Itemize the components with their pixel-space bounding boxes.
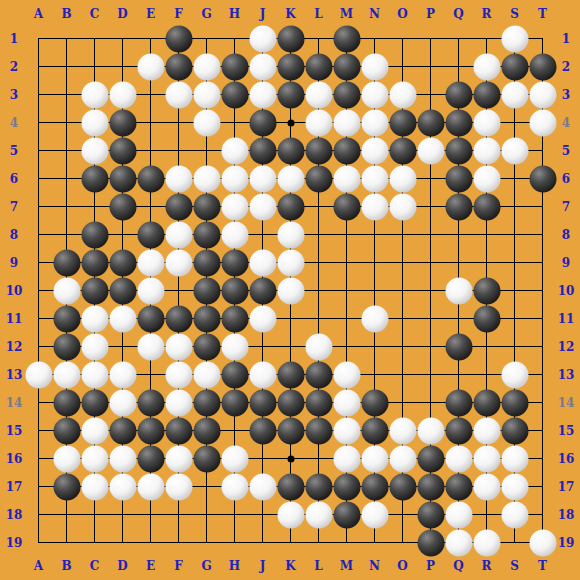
go-board[interactable]: AA11BB22CC33DD44EE55FF66GG77HH88JJ99KK10… xyxy=(0,0,580,580)
black-stone-P19 xyxy=(417,529,444,556)
black-stone-K13 xyxy=(277,361,304,388)
white-stone-H6 xyxy=(221,165,248,192)
row-label-right: 8 xyxy=(552,227,580,243)
black-stone-L2 xyxy=(305,53,332,80)
black-stone-E16 xyxy=(137,445,164,472)
row-label-right: 9 xyxy=(552,255,580,271)
col-label-bottom: L xyxy=(305,558,333,574)
col-label-bottom: D xyxy=(109,558,137,574)
row-label-right: 3 xyxy=(552,87,580,103)
white-stone-Q18 xyxy=(445,501,472,528)
white-stone-N16 xyxy=(361,445,388,472)
white-stone-C3 xyxy=(81,81,108,108)
white-stone-D11 xyxy=(109,305,136,332)
row-label-left: 13 xyxy=(0,367,28,383)
black-stone-O4 xyxy=(389,109,416,136)
black-stone-R3 xyxy=(473,81,500,108)
black-stone-D6 xyxy=(109,165,136,192)
black-stone-H9 xyxy=(221,249,248,276)
black-stone-N14 xyxy=(361,389,388,416)
col-label-bottom: T xyxy=(529,558,557,574)
black-stone-D10 xyxy=(109,277,136,304)
white-stone-N11 xyxy=(361,305,388,332)
white-stone-L18 xyxy=(305,501,332,528)
black-stone-C10 xyxy=(81,277,108,304)
row-label-left: 18 xyxy=(0,507,28,523)
black-stone-E11 xyxy=(137,305,164,332)
row-label-left: 14 xyxy=(0,395,28,411)
black-stone-F11 xyxy=(165,305,192,332)
col-label-top: P xyxy=(417,6,445,22)
black-stone-Q6 xyxy=(445,165,472,192)
col-label-top: E xyxy=(137,6,165,22)
black-stone-K5 xyxy=(277,137,304,164)
black-stone-D15 xyxy=(109,417,136,444)
black-stone-Q5 xyxy=(445,137,472,164)
black-stone-E14 xyxy=(137,389,164,416)
row-label-left: 2 xyxy=(0,59,28,75)
row-label-left: 3 xyxy=(0,87,28,103)
white-stone-R6 xyxy=(473,165,500,192)
white-stone-H12 xyxy=(221,333,248,360)
col-label-bottom: P xyxy=(417,558,445,574)
white-stone-H16 xyxy=(221,445,248,472)
white-stone-F14 xyxy=(165,389,192,416)
col-label-top: D xyxy=(109,6,137,22)
col-label-bottom: F xyxy=(165,558,193,574)
white-stone-C12 xyxy=(81,333,108,360)
white-stone-K10 xyxy=(277,277,304,304)
black-stone-R11 xyxy=(473,305,500,332)
col-label-top: J xyxy=(249,6,277,22)
black-stone-Q3 xyxy=(445,81,472,108)
white-stone-O3 xyxy=(389,81,416,108)
row-label-right: 17 xyxy=(552,479,580,495)
white-stone-F9 xyxy=(165,249,192,276)
white-stone-T19 xyxy=(529,529,556,556)
black-stone-P4 xyxy=(417,109,444,136)
col-label-bottom: N xyxy=(361,558,389,574)
col-label-top: H xyxy=(221,6,249,22)
white-stone-M15 xyxy=(333,417,360,444)
white-stone-K8 xyxy=(277,221,304,248)
col-label-bottom: H xyxy=(221,558,249,574)
black-stone-B12 xyxy=(53,333,80,360)
white-stone-N7 xyxy=(361,193,388,220)
black-stone-G8 xyxy=(193,221,220,248)
white-stone-O16 xyxy=(389,445,416,472)
black-stone-M1 xyxy=(333,25,360,52)
white-stone-S13 xyxy=(501,361,528,388)
white-stone-F17 xyxy=(165,473,192,500)
col-label-bottom: M xyxy=(333,558,361,574)
black-stone-L6 xyxy=(305,165,332,192)
row-label-left: 15 xyxy=(0,423,28,439)
black-stone-P18 xyxy=(417,501,444,528)
black-stone-H14 xyxy=(221,389,248,416)
row-label-right: 14 xyxy=(552,395,580,411)
white-stone-G3 xyxy=(193,81,220,108)
white-stone-K9 xyxy=(277,249,304,276)
white-stone-N18 xyxy=(361,501,388,528)
black-stone-B9 xyxy=(53,249,80,276)
white-stone-K18 xyxy=(277,501,304,528)
white-stone-J1 xyxy=(249,25,276,52)
white-stone-E9 xyxy=(137,249,164,276)
black-stone-M18 xyxy=(333,501,360,528)
white-stone-H7 xyxy=(221,193,248,220)
black-stone-H2 xyxy=(221,53,248,80)
black-stone-K15 xyxy=(277,417,304,444)
white-stone-B13 xyxy=(53,361,80,388)
row-label-left: 6 xyxy=(0,171,28,187)
black-stone-F2 xyxy=(165,53,192,80)
col-label-bottom: C xyxy=(81,558,109,574)
white-stone-D17 xyxy=(109,473,136,500)
black-stone-G7 xyxy=(193,193,220,220)
black-stone-E6 xyxy=(137,165,164,192)
white-stone-M16 xyxy=(333,445,360,472)
white-stone-P5 xyxy=(417,137,444,164)
black-stone-Q7 xyxy=(445,193,472,220)
white-stone-Q19 xyxy=(445,529,472,556)
col-label-bottom: A xyxy=(25,558,53,574)
black-stone-O17 xyxy=(389,473,416,500)
row-label-left: 16 xyxy=(0,451,28,467)
row-label-right: 13 xyxy=(552,367,580,383)
row-label-right: 16 xyxy=(552,451,580,467)
row-label-right: 2 xyxy=(552,59,580,75)
white-stone-R16 xyxy=(473,445,500,472)
white-stone-M4 xyxy=(333,109,360,136)
black-stone-C8 xyxy=(81,221,108,248)
black-stone-F1 xyxy=(165,25,192,52)
white-stone-F13 xyxy=(165,361,192,388)
white-stone-C4 xyxy=(81,109,108,136)
white-stone-C13 xyxy=(81,361,108,388)
row-label-right: 5 xyxy=(552,143,580,159)
black-stone-P16 xyxy=(417,445,444,472)
black-stone-J14 xyxy=(249,389,276,416)
white-stone-E10 xyxy=(137,277,164,304)
black-stone-C9 xyxy=(81,249,108,276)
white-stone-Q16 xyxy=(445,445,472,472)
black-stone-M3 xyxy=(333,81,360,108)
black-stone-F7 xyxy=(165,193,192,220)
col-label-bottom: S xyxy=(501,558,529,574)
white-stone-S17 xyxy=(501,473,528,500)
white-stone-C16 xyxy=(81,445,108,472)
white-stone-F6 xyxy=(165,165,192,192)
white-stone-R15 xyxy=(473,417,500,444)
white-stone-J9 xyxy=(249,249,276,276)
star-point xyxy=(287,119,294,126)
row-label-left: 17 xyxy=(0,479,28,495)
row-label-right: 12 xyxy=(552,339,580,355)
black-stone-J10 xyxy=(249,277,276,304)
black-stone-E8 xyxy=(137,221,164,248)
row-label-right: 6 xyxy=(552,171,580,187)
black-stone-K17 xyxy=(277,473,304,500)
row-label-left: 9 xyxy=(0,255,28,271)
row-label-left: 19 xyxy=(0,535,28,551)
black-stone-H3 xyxy=(221,81,248,108)
white-stone-D3 xyxy=(109,81,136,108)
white-stone-F12 xyxy=(165,333,192,360)
col-label-top: S xyxy=(501,6,529,22)
black-stone-D4 xyxy=(109,109,136,136)
row-label-right: 19 xyxy=(552,535,580,551)
col-label-top: A xyxy=(25,6,53,22)
black-stone-R10 xyxy=(473,277,500,304)
col-label-top: R xyxy=(473,6,501,22)
white-stone-S5 xyxy=(501,137,528,164)
black-stone-K3 xyxy=(277,81,304,108)
row-label-right: 10 xyxy=(552,283,580,299)
row-label-right: 4 xyxy=(552,115,580,131)
black-stone-T2 xyxy=(529,53,556,80)
black-stone-S2 xyxy=(501,53,528,80)
black-stone-J4 xyxy=(249,109,276,136)
black-stone-G15 xyxy=(193,417,220,444)
black-stone-S15 xyxy=(501,417,528,444)
star-point xyxy=(287,455,294,462)
black-stone-G12 xyxy=(193,333,220,360)
black-stone-D5 xyxy=(109,137,136,164)
white-stone-L12 xyxy=(305,333,332,360)
col-label-top: C xyxy=(81,6,109,22)
white-stone-R4 xyxy=(473,109,500,136)
white-stone-F16 xyxy=(165,445,192,472)
white-stone-G4 xyxy=(193,109,220,136)
row-label-right: 18 xyxy=(552,507,580,523)
white-stone-P15 xyxy=(417,417,444,444)
white-stone-J11 xyxy=(249,305,276,332)
col-label-bottom: J xyxy=(249,558,277,574)
col-label-bottom: K xyxy=(277,558,305,574)
white-stone-T4 xyxy=(529,109,556,136)
col-label-top: L xyxy=(305,6,333,22)
black-stone-B17 xyxy=(53,473,80,500)
black-stone-K1 xyxy=(277,25,304,52)
col-label-top: G xyxy=(193,6,221,22)
black-stone-K14 xyxy=(277,389,304,416)
white-stone-G13 xyxy=(193,361,220,388)
white-stone-S3 xyxy=(501,81,528,108)
col-label-bottom: Q xyxy=(445,558,473,574)
row-label-left: 11 xyxy=(0,311,28,327)
white-stone-M6 xyxy=(333,165,360,192)
white-stone-L3 xyxy=(305,81,332,108)
black-stone-T6 xyxy=(529,165,556,192)
white-stone-Q10 xyxy=(445,277,472,304)
white-stone-J2 xyxy=(249,53,276,80)
black-stone-D7 xyxy=(109,193,136,220)
black-stone-G16 xyxy=(193,445,220,472)
black-stone-Q15 xyxy=(445,417,472,444)
white-stone-J13 xyxy=(249,361,276,388)
black-stone-Q12 xyxy=(445,333,472,360)
white-stone-N5 xyxy=(361,137,388,164)
black-stone-K7 xyxy=(277,193,304,220)
black-stone-M7 xyxy=(333,193,360,220)
black-stone-J15 xyxy=(249,417,276,444)
col-label-top: Q xyxy=(445,6,473,22)
col-label-bottom: G xyxy=(193,558,221,574)
black-stone-B11 xyxy=(53,305,80,332)
col-label-bottom: R xyxy=(473,558,501,574)
black-stone-M2 xyxy=(333,53,360,80)
col-label-top: B xyxy=(53,6,81,22)
white-stone-O15 xyxy=(389,417,416,444)
white-stone-D16 xyxy=(109,445,136,472)
black-stone-C6 xyxy=(81,165,108,192)
col-label-bottom: O xyxy=(389,558,417,574)
white-stone-N2 xyxy=(361,53,388,80)
col-label-top: K xyxy=(277,6,305,22)
black-stone-L14 xyxy=(305,389,332,416)
black-stone-B14 xyxy=(53,389,80,416)
black-stone-N17 xyxy=(361,473,388,500)
white-stone-N6 xyxy=(361,165,388,192)
col-label-bottom: E xyxy=(137,558,165,574)
black-stone-Q17 xyxy=(445,473,472,500)
white-stone-J7 xyxy=(249,193,276,220)
black-stone-G9 xyxy=(193,249,220,276)
white-stone-R5 xyxy=(473,137,500,164)
white-stone-N3 xyxy=(361,81,388,108)
white-stone-G6 xyxy=(193,165,220,192)
row-label-right: 1 xyxy=(552,31,580,47)
row-label-left: 1 xyxy=(0,31,28,47)
black-stone-O5 xyxy=(389,137,416,164)
black-stone-F15 xyxy=(165,417,192,444)
white-stone-M14 xyxy=(333,389,360,416)
black-stone-L5 xyxy=(305,137,332,164)
white-stone-E17 xyxy=(137,473,164,500)
black-stone-L15 xyxy=(305,417,332,444)
white-stone-R2 xyxy=(473,53,500,80)
white-stone-M13 xyxy=(333,361,360,388)
row-label-right: 7 xyxy=(552,199,580,215)
black-stone-E15 xyxy=(137,417,164,444)
black-stone-C14 xyxy=(81,389,108,416)
white-stone-D13 xyxy=(109,361,136,388)
black-stone-M5 xyxy=(333,137,360,164)
white-stone-S18 xyxy=(501,501,528,528)
white-stone-A13 xyxy=(25,361,52,388)
black-stone-Q14 xyxy=(445,389,472,416)
black-stone-B15 xyxy=(53,417,80,444)
white-stone-O7 xyxy=(389,193,416,220)
white-stone-J17 xyxy=(249,473,276,500)
black-stone-G11 xyxy=(193,305,220,332)
white-stone-L4 xyxy=(305,109,332,136)
row-label-left: 8 xyxy=(0,227,28,243)
white-stone-O6 xyxy=(389,165,416,192)
black-stone-R7 xyxy=(473,193,500,220)
row-label-right: 15 xyxy=(552,423,580,439)
white-stone-B16 xyxy=(53,445,80,472)
white-stone-E2 xyxy=(137,53,164,80)
white-stone-H17 xyxy=(221,473,248,500)
white-stone-F3 xyxy=(165,81,192,108)
row-label-left: 10 xyxy=(0,283,28,299)
black-stone-K2 xyxy=(277,53,304,80)
black-stone-R14 xyxy=(473,389,500,416)
white-stone-C17 xyxy=(81,473,108,500)
black-stone-Q4 xyxy=(445,109,472,136)
white-stone-T3 xyxy=(529,81,556,108)
row-label-right: 11 xyxy=(552,311,580,327)
white-stone-N4 xyxy=(361,109,388,136)
black-stone-J5 xyxy=(249,137,276,164)
white-stone-S1 xyxy=(501,25,528,52)
white-stone-H8 xyxy=(221,221,248,248)
black-stone-H11 xyxy=(221,305,248,332)
black-stone-M17 xyxy=(333,473,360,500)
black-stone-S14 xyxy=(501,389,528,416)
col-label-top: M xyxy=(333,6,361,22)
white-stone-F8 xyxy=(165,221,192,248)
black-stone-H13 xyxy=(221,361,248,388)
white-stone-S16 xyxy=(501,445,528,472)
row-label-left: 12 xyxy=(0,339,28,355)
col-label-top: F xyxy=(165,6,193,22)
white-stone-G2 xyxy=(193,53,220,80)
col-label-bottom: B xyxy=(53,558,81,574)
black-stone-D9 xyxy=(109,249,136,276)
white-stone-E12 xyxy=(137,333,164,360)
white-stone-R17 xyxy=(473,473,500,500)
white-stone-J6 xyxy=(249,165,276,192)
row-label-left: 4 xyxy=(0,115,28,131)
black-stone-L13 xyxy=(305,361,332,388)
white-stone-C15 xyxy=(81,417,108,444)
col-label-top: N xyxy=(361,6,389,22)
black-stone-L17 xyxy=(305,473,332,500)
black-stone-P17 xyxy=(417,473,444,500)
white-stone-B10 xyxy=(53,277,80,304)
black-stone-H10 xyxy=(221,277,248,304)
white-stone-K6 xyxy=(277,165,304,192)
white-stone-H5 xyxy=(221,137,248,164)
col-label-top: O xyxy=(389,6,417,22)
row-label-left: 7 xyxy=(0,199,28,215)
black-stone-G10 xyxy=(193,277,220,304)
white-stone-C11 xyxy=(81,305,108,332)
white-stone-J3 xyxy=(249,81,276,108)
row-label-left: 5 xyxy=(0,143,28,159)
white-stone-D14 xyxy=(109,389,136,416)
white-stone-R19 xyxy=(473,529,500,556)
black-stone-G14 xyxy=(193,389,220,416)
col-label-top: T xyxy=(529,6,557,22)
black-stone-N15 xyxy=(361,417,388,444)
white-stone-C5 xyxy=(81,137,108,164)
